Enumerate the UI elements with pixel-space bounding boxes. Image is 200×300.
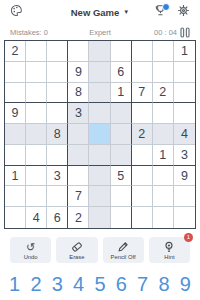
numpad-4[interactable]: 4 [68, 271, 89, 297]
cell-r9c7[interactable] [132, 207, 153, 228]
cell-r1c9[interactable]: 1 [174, 41, 195, 62]
cell-r3c6[interactable]: 1 [111, 83, 132, 104]
cell-r4c6[interactable] [111, 103, 132, 124]
eraser-icon [71, 241, 83, 253]
cell-r7c2[interactable] [26, 166, 47, 187]
cell-r5c1[interactable] [5, 124, 26, 145]
lightbulb-icon [163, 241, 175, 253]
cell-r5c9[interactable]: 4 [174, 124, 195, 145]
cell-r1c4[interactable] [68, 41, 89, 62]
cell-r2c2[interactable] [26, 62, 47, 83]
cell-r2c6[interactable]: 6 [111, 62, 132, 83]
numpad-9[interactable]: 9 [175, 271, 196, 297]
cell-r3c4[interactable]: 8 [68, 83, 89, 104]
cell-r6c3[interactable] [47, 145, 68, 166]
difficulty-label: Expert [10, 28, 190, 37]
cell-r8c5[interactable] [89, 186, 110, 207]
cell-r8c8[interactable] [153, 186, 174, 207]
cell-r9c9[interactable] [174, 207, 195, 228]
cell-r6c6[interactable] [111, 145, 132, 166]
cell-r1c2[interactable] [26, 41, 47, 62]
cell-r6c2[interactable] [26, 145, 47, 166]
cell-r2c9[interactable] [174, 62, 195, 83]
pencil-label: Pencil Off [111, 254, 136, 260]
cell-r5c5[interactable] [89, 124, 110, 145]
cell-r4c5[interactable] [89, 103, 110, 124]
cell-r1c7[interactable] [132, 41, 153, 62]
undo-icon: ↺ [26, 241, 35, 253]
undo-button[interactable]: ↺ Undo [10, 237, 51, 263]
cell-r8c9[interactable] [174, 186, 195, 207]
sudoku-board: 21968172938241313597462 [4, 40, 196, 229]
cell-r5c3[interactable]: 8 [47, 124, 68, 145]
cell-r6c9[interactable]: 3 [174, 145, 195, 166]
new-game-label: New Game [71, 7, 120, 18]
cell-r6c4[interactable] [68, 145, 89, 166]
cell-r7c9[interactable]: 9 [174, 166, 195, 187]
cell-r2c3[interactable] [47, 62, 68, 83]
cell-r3c7[interactable]: 7 [132, 83, 153, 104]
cell-r6c8[interactable]: 1 [153, 145, 174, 166]
cell-r7c1[interactable]: 1 [5, 166, 26, 187]
settings-button[interactable] [176, 5, 190, 19]
cell-r9c1[interactable] [5, 207, 26, 228]
cell-r6c5[interactable] [89, 145, 110, 166]
cell-r3c9[interactable] [174, 83, 195, 104]
cell-r1c8[interactable] [153, 41, 174, 62]
cell-r9c8[interactable] [153, 207, 174, 228]
cell-r5c4[interactable] [68, 124, 89, 145]
cell-r3c8[interactable]: 2 [153, 83, 174, 104]
new-game-dropdown[interactable]: New Game ▼ [0, 0, 200, 24]
cell-r8c7[interactable] [132, 186, 153, 207]
cell-r9c6[interactable] [111, 207, 132, 228]
cell-r9c3[interactable]: 6 [47, 207, 68, 228]
cell-r1c5[interactable] [89, 41, 110, 62]
cell-r1c3[interactable] [47, 41, 68, 62]
numpad-1[interactable]: 1 [4, 271, 25, 297]
cell-r4c9[interactable] [174, 103, 195, 124]
status-bar: Mistakes: 0 Expert 00 : 04 [10, 26, 190, 39]
numpad-7[interactable]: 7 [132, 271, 153, 297]
cell-r1c1[interactable]: 2 [5, 41, 26, 62]
cell-r4c7[interactable] [132, 103, 153, 124]
number-pad: 1 2 3 4 5 6 7 8 9 [4, 271, 196, 297]
cell-r7c6[interactable]: 5 [111, 166, 132, 187]
numpad-8[interactable]: 8 [153, 271, 174, 297]
cell-r8c6[interactable] [111, 186, 132, 207]
gear-icon [177, 3, 190, 21]
cell-r3c1[interactable] [5, 83, 26, 104]
pencil-button[interactable]: Pencil Off [103, 237, 144, 263]
toolbar: ↺ Undo Erase Pencil Off Hint 1 [10, 237, 190, 263]
cell-r8c2[interactable] [26, 186, 47, 207]
cell-r2c4[interactable]: 9 [68, 62, 89, 83]
chevron-down-icon: ▼ [123, 9, 129, 15]
cell-r4c8[interactable] [153, 103, 174, 124]
hint-button[interactable]: Hint 1 [149, 237, 190, 263]
cell-r7c4[interactable] [68, 166, 89, 187]
cell-r3c5[interactable] [89, 83, 110, 104]
cell-r4c2[interactable] [26, 103, 47, 124]
cell-r4c3[interactable] [47, 103, 68, 124]
erase-button[interactable]: Erase [56, 237, 97, 263]
cell-r9c2[interactable]: 4 [26, 207, 47, 228]
cell-r7c3[interactable]: 3 [47, 166, 68, 187]
cell-r5c8[interactable] [153, 124, 174, 145]
cell-r1c6[interactable] [111, 41, 132, 62]
cell-r5c7[interactable]: 2 [132, 124, 153, 145]
cell-r7c8[interactable] [153, 166, 174, 187]
cell-r3c2[interactable] [26, 83, 47, 104]
sudoku-app: New Game ▼ Mistakes: 0 Expert 00 : 04 21… [0, 0, 200, 300]
cell-r8c3[interactable] [47, 186, 68, 207]
cell-r5c6[interactable] [111, 124, 132, 145]
numpad-6[interactable]: 6 [111, 271, 132, 297]
cell-r2c1[interactable] [5, 62, 26, 83]
numpad-2[interactable]: 2 [25, 271, 46, 297]
cell-r8c4[interactable]: 7 [68, 186, 89, 207]
numpad-5[interactable]: 5 [89, 271, 110, 297]
hint-count-badge: 1 [184, 233, 193, 242]
cell-r3c3[interactable] [47, 83, 68, 104]
cell-r9c5[interactable] [89, 207, 110, 228]
awards-button[interactable] [153, 5, 167, 19]
numpad-3[interactable]: 3 [47, 271, 68, 297]
cell-r7c5[interactable] [89, 166, 110, 187]
cell-r9c4[interactable]: 2 [68, 207, 89, 228]
pencil-icon [117, 241, 129, 253]
cell-r7c7[interactable] [132, 166, 153, 187]
cell-r2c5[interactable] [89, 62, 110, 83]
header: New Game ▼ [0, 0, 200, 24]
cell-r8c1[interactable] [5, 186, 26, 207]
cell-r4c1[interactable]: 9 [5, 103, 26, 124]
hint-label: Hint [164, 254, 174, 260]
trophy-notification-badge [162, 3, 170, 11]
cell-r5c2[interactable] [26, 124, 47, 145]
erase-label: Erase [69, 254, 84, 260]
cell-r4c4[interactable]: 3 [68, 103, 89, 124]
cell-r2c8[interactable] [153, 62, 174, 83]
cell-r2c7[interactable] [132, 62, 153, 83]
cell-r6c7[interactable] [132, 145, 153, 166]
cell-r6c1[interactable] [5, 145, 26, 166]
undo-label: Undo [24, 254, 38, 260]
